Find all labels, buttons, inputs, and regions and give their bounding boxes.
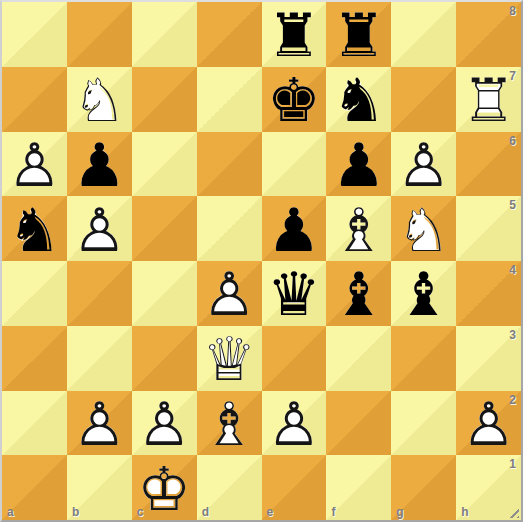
chess-board: ♖♜♖♜8♞♘♔♚♘♞7♜♖♟♙♙♟♙♟♟♙6♘♞♟♙♙♟♝♗♞♘5♟♙♕♛♗♝… — [2, 2, 521, 520]
file-label-g: g — [396, 505, 403, 519]
piece-glyph-detail: ♟ — [262, 196, 327, 261]
square-a3[interactable] — [2, 326, 67, 391]
square-h8[interactable]: 8 — [456, 2, 521, 67]
piece-glyph-base: ♚ — [132, 455, 197, 520]
square-a7[interactable] — [2, 67, 67, 132]
piece-glyph-base: ♛ — [197, 326, 262, 391]
white-pawn-e2[interactable]: ♟♙ — [262, 391, 327, 456]
piece-glyph-base: ♖ — [262, 2, 327, 67]
square-h5[interactable]: 5 — [456, 196, 521, 261]
piece-glyph-base: ♟ — [456, 391, 521, 456]
piece-glyph-detail: ♕ — [197, 326, 262, 391]
piece-glyph-base: ♞ — [391, 196, 456, 261]
piece-glyph-base: ♝ — [326, 196, 391, 261]
piece-glyph-base: ♟ — [391, 132, 456, 197]
square-b2[interactable]: ♟♙ — [67, 391, 132, 456]
piece-glyph-detail: ♙ — [67, 391, 132, 456]
black-bishop-g4[interactable]: ♗♝ — [391, 261, 456, 326]
white-bishop-f5[interactable]: ♝♗ — [326, 196, 391, 261]
square-b5[interactable]: ♟♙ — [67, 196, 132, 261]
piece-glyph-base: ♗ — [326, 261, 391, 326]
square-e4[interactable]: ♕♛ — [262, 261, 327, 326]
square-g2[interactable] — [391, 391, 456, 456]
white-pawn-b5[interactable]: ♟♙ — [67, 196, 132, 261]
square-c1[interactable]: c♚♔ — [132, 455, 197, 520]
piece-glyph-detail: ♙ — [2, 132, 67, 197]
piece-glyph-base: ♘ — [2, 196, 67, 261]
piece-glyph-detail: ♞ — [326, 67, 391, 132]
piece-glyph-base: ♙ — [67, 132, 132, 197]
white-king-c1[interactable]: ♚♔ — [132, 455, 197, 520]
square-h2[interactable]: 2♟♙ — [456, 391, 521, 456]
square-d5[interactable] — [197, 196, 262, 261]
black-bishop-f4[interactable]: ♗♝ — [326, 261, 391, 326]
square-c4[interactable] — [132, 261, 197, 326]
square-d1[interactable]: d — [197, 455, 262, 520]
black-pawn-e5[interactable]: ♙♟ — [262, 196, 327, 261]
file-label-f: f — [331, 505, 335, 519]
piece-glyph-detail: ♔ — [132, 455, 197, 520]
piece-glyph-base: ♕ — [262, 261, 327, 326]
piece-glyph-base: ♟ — [2, 132, 67, 197]
square-f7[interactable]: ♘♞ — [326, 67, 391, 132]
square-g1[interactable]: g — [391, 455, 456, 520]
file-label-e: e — [267, 505, 274, 519]
square-g6[interactable]: ♟♙ — [391, 132, 456, 197]
rank-label-8: 8 — [509, 4, 516, 18]
piece-glyph-detail: ♙ — [197, 261, 262, 326]
square-d4[interactable]: ♟♙ — [197, 261, 262, 326]
square-b8[interactable] — [67, 2, 132, 67]
black-queen-e4[interactable]: ♕♛ — [262, 261, 327, 326]
piece-glyph-detail: ♚ — [262, 67, 327, 132]
square-c6[interactable] — [132, 132, 197, 197]
piece-glyph-detail: ♘ — [391, 196, 456, 261]
piece-glyph-detail: ♝ — [391, 261, 456, 326]
black-pawn-f6[interactable]: ♙♟ — [326, 132, 391, 197]
piece-glyph-detail: ♙ — [132, 391, 197, 456]
square-e6[interactable] — [262, 132, 327, 197]
square-g4[interactable]: ♗♝ — [391, 261, 456, 326]
square-h7[interactable]: 7♜♖ — [456, 67, 521, 132]
square-e2[interactable]: ♟♙ — [262, 391, 327, 456]
piece-glyph-detail: ♟ — [67, 132, 132, 197]
square-e3[interactable] — [262, 326, 327, 391]
piece-glyph-detail: ♜ — [262, 2, 327, 67]
piece-glyph-base: ♝ — [197, 391, 262, 456]
piece-glyph-base: ♗ — [391, 261, 456, 326]
square-f4[interactable]: ♗♝ — [326, 261, 391, 326]
piece-glyph-base: ♔ — [262, 67, 327, 132]
square-g8[interactable] — [391, 2, 456, 67]
square-g5[interactable]: ♞♘ — [391, 196, 456, 261]
file-label-b: b — [72, 505, 79, 519]
white-knight-b7[interactable]: ♞♘ — [67, 67, 132, 132]
piece-glyph-base: ♙ — [262, 196, 327, 261]
square-f5[interactable]: ♝♗ — [326, 196, 391, 261]
white-knight-g5[interactable]: ♞♘ — [391, 196, 456, 261]
square-b4[interactable] — [67, 261, 132, 326]
piece-glyph-detail: ♝ — [326, 261, 391, 326]
white-pawn-h2[interactable]: ♟♙ — [456, 391, 521, 456]
rank-label-4: 4 — [509, 263, 516, 277]
piece-glyph-base: ♟ — [67, 391, 132, 456]
piece-glyph-detail: ♙ — [262, 391, 327, 456]
square-f2[interactable] — [326, 391, 391, 456]
piece-glyph-base: ♜ — [456, 67, 521, 132]
square-b1[interactable]: b — [67, 455, 132, 520]
white-pawn-d4[interactable]: ♟♙ — [197, 261, 262, 326]
piece-glyph-base: ♙ — [326, 132, 391, 197]
square-b3[interactable] — [67, 326, 132, 391]
square-c2[interactable]: ♟♙ — [132, 391, 197, 456]
rank-label-6: 6 — [509, 134, 516, 148]
square-d8[interactable] — [197, 2, 262, 67]
file-label-h: h — [461, 505, 468, 519]
square-e5[interactable]: ♙♟ — [262, 196, 327, 261]
black-pawn-b6[interactable]: ♙♟ — [67, 132, 132, 197]
square-a4[interactable] — [2, 261, 67, 326]
piece-glyph-detail: ♖ — [456, 67, 521, 132]
square-h3[interactable]: 3 — [456, 326, 521, 391]
piece-glyph-detail: ♙ — [456, 391, 521, 456]
file-label-d: d — [202, 505, 209, 519]
piece-glyph-base: ♘ — [326, 67, 391, 132]
piece-glyph-base: ♟ — [262, 391, 327, 456]
piece-glyph-detail: ♙ — [391, 132, 456, 197]
square-e7[interactable]: ♔♚ — [262, 67, 327, 132]
black-king-e7[interactable]: ♔♚ — [262, 67, 327, 132]
square-c3[interactable] — [132, 326, 197, 391]
white-queen-d3[interactable]: ♛♕ — [197, 326, 262, 391]
piece-glyph-detail: ♙ — [67, 196, 132, 261]
white-pawn-g6[interactable]: ♟♙ — [391, 132, 456, 197]
square-f8[interactable]: ♖♜ — [326, 2, 391, 67]
square-d7[interactable] — [197, 67, 262, 132]
white-pawn-b2[interactable]: ♟♙ — [67, 391, 132, 456]
square-a6[interactable]: ♟♙ — [2, 132, 67, 197]
square-d3[interactable]: ♛♕ — [197, 326, 262, 391]
square-g7[interactable] — [391, 67, 456, 132]
black-knight-a5[interactable]: ♘♞ — [2, 196, 67, 261]
piece-glyph-base: ♟ — [197, 261, 262, 326]
black-rook-e8[interactable]: ♖♜ — [262, 2, 327, 67]
white-rook-h7[interactable]: ♜♖ — [456, 67, 521, 132]
square-f6[interactable]: ♙♟ — [326, 132, 391, 197]
black-rook-f8[interactable]: ♖♜ — [326, 2, 391, 67]
square-d2[interactable]: ♝♗ — [197, 391, 262, 456]
square-c5[interactable] — [132, 196, 197, 261]
square-a2[interactable] — [2, 391, 67, 456]
rank-label-1: 1 — [509, 457, 516, 471]
rank-label-3: 3 — [509, 328, 516, 342]
square-d6[interactable] — [197, 132, 262, 197]
square-a1[interactable]: a — [2, 455, 67, 520]
piece-glyph-detail: ♞ — [2, 196, 67, 261]
square-a5[interactable]: ♘♞ — [2, 196, 67, 261]
file-label-a: a — [7, 505, 14, 519]
square-f3[interactable] — [326, 326, 391, 391]
piece-glyph-detail: ♗ — [326, 196, 391, 261]
square-f1[interactable]: f — [326, 455, 391, 520]
square-e8[interactable]: ♖♜ — [262, 2, 327, 67]
white-bishop-d2[interactable]: ♝♗ — [197, 391, 262, 456]
piece-glyph-base: ♖ — [326, 2, 391, 67]
square-b6[interactable]: ♙♟ — [67, 132, 132, 197]
square-h1[interactable]: 1h — [456, 455, 521, 520]
piece-glyph-base: ♟ — [132, 391, 197, 456]
black-knight-f7[interactable]: ♘♞ — [326, 67, 391, 132]
piece-glyph-detail: ♘ — [67, 67, 132, 132]
piece-glyph-detail: ♜ — [326, 2, 391, 67]
piece-glyph-detail: ♟ — [326, 132, 391, 197]
square-e1[interactable]: e — [262, 455, 327, 520]
square-h4[interactable]: 4 — [456, 261, 521, 326]
square-c7[interactable] — [132, 67, 197, 132]
square-a8[interactable] — [2, 2, 67, 67]
square-c8[interactable] — [132, 2, 197, 67]
white-pawn-c2[interactable]: ♟♙ — [132, 391, 197, 456]
rank-label-5: 5 — [509, 198, 516, 212]
square-g3[interactable] — [391, 326, 456, 391]
piece-glyph-base: ♞ — [67, 67, 132, 132]
chess-board-window: ♖♜♖♜8♞♘♔♚♘♞7♜♖♟♙♙♟♙♟♟♙6♘♞♟♙♙♟♝♗♞♘5♟♙♕♛♗♝… — [0, 0, 523, 522]
piece-glyph-base: ♟ — [67, 196, 132, 261]
square-h6[interactable]: 6 — [456, 132, 521, 197]
piece-glyph-detail: ♛ — [262, 261, 327, 326]
square-b7[interactable]: ♞♘ — [67, 67, 132, 132]
piece-glyph-detail: ♗ — [197, 391, 262, 456]
white-pawn-a6[interactable]: ♟♙ — [2, 132, 67, 197]
